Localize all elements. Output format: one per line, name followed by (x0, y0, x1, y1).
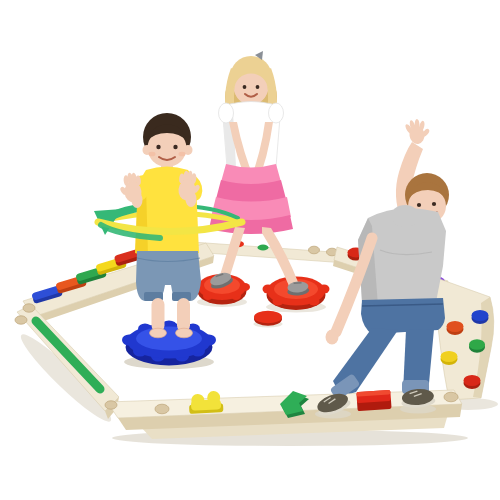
boy1-foot (150, 328, 167, 338)
boy2-hand-down (326, 330, 339, 345)
green-deck-dot (258, 245, 269, 251)
boy1-hand-left (118, 172, 144, 204)
boy1-foot (176, 328, 193, 338)
hold-red (464, 375, 481, 389)
dowel-joint (155, 404, 169, 414)
balance-beam-scene (0, 0, 500, 500)
red-stepping-stone-small (254, 311, 283, 328)
hold-green (469, 339, 485, 353)
dowel-joint (309, 246, 320, 254)
green-strip-beam (14, 304, 119, 428)
hold-yellow (441, 351, 458, 365)
dowel-joint (23, 304, 35, 312)
dowel-joint (444, 392, 458, 402)
red-block (356, 390, 391, 411)
waving-boy (314, 117, 449, 419)
climbing-hold-beam-right (434, 277, 498, 410)
boy1-denim-shorts (136, 251, 201, 301)
dowel-joint (105, 401, 117, 409)
girl (208, 51, 310, 296)
yellow-block (188, 391, 223, 414)
dowel-joint (15, 316, 27, 324)
hold-orange (447, 321, 464, 335)
boy2-raised-hand (403, 117, 432, 146)
boy1-leg-left (152, 298, 165, 332)
product-photo (0, 0, 500, 500)
girl-top (219, 102, 284, 171)
hold-blue (472, 310, 489, 324)
boy1-leg-right (177, 298, 190, 332)
blue-stepping-stone (122, 321, 216, 370)
